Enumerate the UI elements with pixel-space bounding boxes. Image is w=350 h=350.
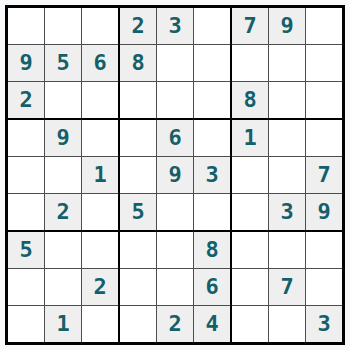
cell-r7c5[interactable] [157, 232, 193, 268]
cell-r3c4[interactable] [120, 82, 156, 118]
sudoku-box-8: 8624 [120, 232, 230, 342]
cell-r4c4[interactable] [120, 120, 156, 156]
cell-r8c9[interactable] [306, 269, 342, 305]
cell-r5c6[interactable]: 3 [194, 157, 230, 193]
cell-r5c1[interactable] [8, 157, 44, 193]
cell-r1c7[interactable]: 7 [232, 8, 268, 44]
cell-r1c3[interactable] [82, 8, 118, 44]
cell-r7c8[interactable] [269, 232, 305, 268]
cell-r7c2[interactable] [45, 232, 81, 268]
cell-r4c1[interactable] [8, 120, 44, 156]
cell-r6c1[interactable] [8, 194, 44, 230]
cell-r4c3[interactable] [82, 120, 118, 156]
cell-r4c9[interactable] [306, 120, 342, 156]
cell-r2c2[interactable]: 5 [45, 45, 81, 81]
cell-r7c9[interactable] [306, 232, 342, 268]
cell-r2c9[interactable] [306, 45, 342, 81]
cell-r8c1[interactable] [8, 269, 44, 305]
cell-r6c3[interactable] [82, 194, 118, 230]
cell-r7c1[interactable]: 5 [8, 232, 44, 268]
cell-r6c6[interactable] [194, 194, 230, 230]
cell-r7c6[interactable]: 8 [194, 232, 230, 268]
cell-r9c8[interactable] [269, 306, 305, 342]
cell-r5c7[interactable] [232, 157, 268, 193]
cell-r3c7[interactable]: 8 [232, 82, 268, 118]
sudoku-box-2: 238 [120, 8, 230, 118]
sudoku-box-4: 912 [8, 120, 118, 230]
cell-r5c8[interactable] [269, 157, 305, 193]
cell-r3c2[interactable] [45, 82, 81, 118]
cell-r3c8[interactable] [269, 82, 305, 118]
cell-r1c6[interactable] [194, 8, 230, 44]
cell-r1c5[interactable]: 3 [157, 8, 193, 44]
cell-r2c1[interactable]: 9 [8, 45, 44, 81]
cell-r5c2[interactable] [45, 157, 81, 193]
cell-r9c2[interactable]: 1 [45, 306, 81, 342]
cell-r1c9[interactable] [306, 8, 342, 44]
cell-r6c8[interactable]: 3 [269, 194, 305, 230]
cell-r1c2[interactable] [45, 8, 81, 44]
sudoku-box-3: 798 [232, 8, 342, 118]
cell-r6c4[interactable]: 5 [120, 194, 156, 230]
cell-r7c3[interactable] [82, 232, 118, 268]
cell-r3c6[interactable] [194, 82, 230, 118]
cell-r2c4[interactable]: 8 [120, 45, 156, 81]
cell-r4c6[interactable] [194, 120, 230, 156]
cell-r6c7[interactable] [232, 194, 268, 230]
cell-r6c5[interactable] [157, 194, 193, 230]
cell-r5c9[interactable]: 7 [306, 157, 342, 193]
cell-r1c4[interactable]: 2 [120, 8, 156, 44]
cell-r1c8[interactable]: 9 [269, 8, 305, 44]
page: 956223879891269351739521862473 [0, 0, 350, 350]
cell-r9c3[interactable] [82, 306, 118, 342]
cell-r8c4[interactable] [120, 269, 156, 305]
cell-r7c4[interactable] [120, 232, 156, 268]
cell-r4c7[interactable]: 1 [232, 120, 268, 156]
cell-r4c8[interactable] [269, 120, 305, 156]
cell-r5c4[interactable] [120, 157, 156, 193]
cell-r1c1[interactable] [8, 8, 44, 44]
cell-r6c2[interactable]: 2 [45, 194, 81, 230]
sudoku-box-9: 73 [232, 232, 342, 342]
cell-r9c9[interactable]: 3 [306, 306, 342, 342]
cell-r5c3[interactable]: 1 [82, 157, 118, 193]
cell-r3c5[interactable] [157, 82, 193, 118]
sudoku-box-6: 1739 [232, 120, 342, 230]
cell-r2c6[interactable] [194, 45, 230, 81]
sudoku-board: 956223879891269351739521862473 [5, 5, 345, 345]
cell-r6c9[interactable]: 9 [306, 194, 342, 230]
cell-r9c7[interactable] [232, 306, 268, 342]
cell-r4c2[interactable]: 9 [45, 120, 81, 156]
cell-r9c5[interactable]: 2 [157, 306, 193, 342]
sudoku-box-1: 9562 [8, 8, 118, 118]
cell-r2c3[interactable]: 6 [82, 45, 118, 81]
cell-r2c5[interactable] [157, 45, 193, 81]
cell-r4c5[interactable]: 6 [157, 120, 193, 156]
cell-r2c8[interactable] [269, 45, 305, 81]
cell-r8c2[interactable] [45, 269, 81, 305]
cell-r3c9[interactable] [306, 82, 342, 118]
cell-r8c3[interactable]: 2 [82, 269, 118, 305]
cell-r9c1[interactable] [8, 306, 44, 342]
sudoku-box-7: 521 [8, 232, 118, 342]
cell-r8c8[interactable]: 7 [269, 269, 305, 305]
cell-r9c4[interactable] [120, 306, 156, 342]
cell-r8c7[interactable] [232, 269, 268, 305]
cell-r9c6[interactable]: 4 [194, 306, 230, 342]
cell-r8c5[interactable] [157, 269, 193, 305]
sudoku-box-5: 6935 [120, 120, 230, 230]
cell-r8c6[interactable]: 6 [194, 269, 230, 305]
cell-r2c7[interactable] [232, 45, 268, 81]
cell-r5c5[interactable]: 9 [157, 157, 193, 193]
cell-r7c7[interactable] [232, 232, 268, 268]
cell-r3c3[interactable] [82, 82, 118, 118]
cell-r3c1[interactable]: 2 [8, 82, 44, 118]
